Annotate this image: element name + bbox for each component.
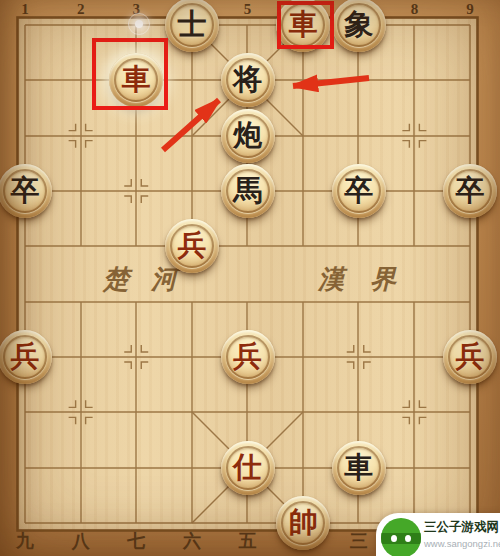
piece-red-兵[interactable]: 兵	[221, 330, 275, 384]
piece-red-車[interactable]: 車	[109, 53, 163, 107]
bottom-file-label-4: 六	[179, 529, 205, 553]
top-file-label-8: 8	[401, 1, 427, 17]
river-label-han-jie: 漢界	[318, 262, 422, 294]
piece-glyph: 車	[276, 0, 330, 52]
bottom-file-label-7: 三	[346, 529, 372, 553]
piece-glyph: 兵	[221, 330, 275, 384]
piece-glyph: 仕	[221, 441, 275, 495]
piece-black-象[interactable]: 象	[332, 0, 386, 52]
piece-black-士[interactable]: 士	[165, 0, 219, 52]
piece-black-炮[interactable]: 炮	[221, 109, 275, 163]
top-file-label-3: 3	[123, 1, 149, 17]
mascot-logo-icon	[381, 518, 421, 556]
piece-red-帥[interactable]: 帥	[276, 496, 330, 550]
top-file-label-5: 5	[235, 1, 261, 17]
piece-black-車[interactable]: 車	[332, 441, 386, 495]
piece-red-仕[interactable]: 仕	[221, 441, 275, 495]
piece-glyph: 帥	[276, 496, 330, 550]
piece-black-将[interactable]: 将	[221, 53, 275, 107]
piece-black-卒[interactable]: 卒	[0, 164, 52, 218]
piece-glyph: 卒	[332, 164, 386, 218]
piece-glyph: 兵	[443, 330, 497, 384]
bottom-file-label-2: 八	[68, 529, 94, 553]
piece-glyph: 車	[109, 53, 163, 107]
piece-black-卒[interactable]: 卒	[443, 164, 497, 218]
bottom-file-label-5: 五	[235, 529, 261, 553]
bottom-file-label-3: 七	[123, 529, 149, 553]
piece-black-卒[interactable]: 卒	[332, 164, 386, 218]
piece-black-馬[interactable]: 馬	[221, 164, 275, 218]
top-file-label-2: 2	[68, 1, 94, 17]
mascot-eye	[405, 535, 411, 542]
piece-glyph: 兵	[0, 330, 52, 384]
watermark-text: 三公子游戏网 www.sangongzi.net	[424, 519, 500, 549]
piece-red-兵[interactable]: 兵	[165, 219, 219, 273]
piece-glyph: 兵	[165, 219, 219, 273]
watermark-panel: 三公子游戏网 www.sangongzi.net	[376, 513, 500, 556]
top-file-label-9: 9	[457, 1, 483, 17]
piece-glyph: 将	[221, 53, 275, 107]
top-file-label-1: 1	[12, 1, 38, 17]
piece-red-兵[interactable]: 兵	[443, 330, 497, 384]
piece-red-兵[interactable]: 兵	[0, 330, 52, 384]
piece-glyph: 馬	[221, 164, 275, 218]
watermark-site-url: www.sangongzi.net	[424, 538, 500, 549]
piece-red-車[interactable]: 車	[276, 0, 330, 52]
piece-glyph: 士	[165, 0, 219, 52]
bottom-file-label-1: 九	[12, 529, 38, 553]
piece-glyph: 象	[332, 0, 386, 52]
piece-glyph: 卒	[0, 164, 52, 218]
piece-glyph: 卒	[443, 164, 497, 218]
mascot-eye	[391, 535, 397, 542]
xiangqi-app: 123456789 九八七六五四三二一 楚河 漢界 士車象車将炮卒馬卒卒兵兵兵兵…	[0, 0, 500, 556]
piece-glyph: 炮	[221, 109, 275, 163]
watermark-site-name: 三公子游戏网	[424, 519, 500, 536]
piece-glyph: 車	[332, 441, 386, 495]
